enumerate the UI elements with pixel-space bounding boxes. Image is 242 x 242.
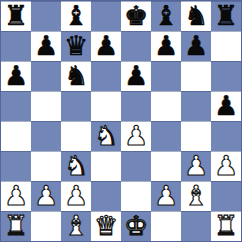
square-b1[interactable] bbox=[31, 211, 61, 241]
black-knight: ♞ bbox=[64, 62, 88, 89]
square-h6[interactable] bbox=[211, 61, 241, 91]
square-b7[interactable]: ♟ bbox=[31, 31, 61, 61]
square-h1[interactable]: ♜ bbox=[211, 211, 241, 241]
black-pawn: ♟ bbox=[214, 92, 238, 119]
square-h7[interactable] bbox=[211, 31, 241, 61]
black-pawn: ♟ bbox=[184, 32, 208, 59]
white-bishop: ♝ bbox=[184, 182, 208, 209]
square-g1[interactable] bbox=[181, 211, 211, 241]
square-e2[interactable] bbox=[121, 181, 151, 211]
square-f1[interactable] bbox=[151, 211, 181, 241]
square-g2[interactable]: ♝ bbox=[181, 181, 211, 211]
black-pawn: ♟ bbox=[34, 32, 58, 59]
square-a5[interactable] bbox=[1, 91, 31, 121]
square-d1[interactable]: ♛ bbox=[91, 211, 121, 241]
square-d7[interactable]: ♟ bbox=[91, 31, 121, 61]
square-e7[interactable] bbox=[121, 31, 151, 61]
square-b3[interactable] bbox=[31, 151, 61, 181]
square-f2[interactable]: ♟ bbox=[151, 181, 181, 211]
square-b2[interactable]: ♟ bbox=[31, 181, 61, 211]
white-pawn: ♟ bbox=[214, 152, 238, 179]
square-d3[interactable] bbox=[91, 151, 121, 181]
square-a2[interactable]: ♟ bbox=[1, 181, 31, 211]
square-c8[interactable]: ♝ bbox=[61, 1, 91, 31]
square-e4[interactable]: ♟ bbox=[121, 121, 151, 151]
square-d2[interactable] bbox=[91, 181, 121, 211]
square-d8[interactable] bbox=[91, 1, 121, 31]
square-f6[interactable] bbox=[151, 61, 181, 91]
black-knight: ♞ bbox=[184, 2, 208, 29]
square-f3[interactable] bbox=[151, 151, 181, 181]
white-pawn: ♟ bbox=[124, 122, 148, 149]
square-d6[interactable] bbox=[91, 61, 121, 91]
square-a6[interactable]: ♟ bbox=[1, 61, 31, 91]
square-f8[interactable]: ♝ bbox=[151, 1, 181, 31]
square-c4[interactable] bbox=[61, 121, 91, 151]
square-b4[interactable] bbox=[31, 121, 61, 151]
square-f5[interactable] bbox=[151, 91, 181, 121]
square-a4[interactable] bbox=[1, 121, 31, 151]
square-b5[interactable] bbox=[31, 91, 61, 121]
square-g4[interactable] bbox=[181, 121, 211, 151]
square-b8[interactable] bbox=[31, 1, 61, 31]
square-e5[interactable] bbox=[121, 91, 151, 121]
black-rook: ♜ bbox=[4, 2, 28, 29]
white-queen: ♛ bbox=[94, 212, 118, 239]
white-knight: ♞ bbox=[94, 122, 118, 149]
square-e8[interactable]: ♚ bbox=[121, 1, 151, 31]
square-f7[interactable]: ♟ bbox=[151, 31, 181, 61]
black-pawn: ♟ bbox=[4, 62, 28, 89]
white-pawn: ♟ bbox=[154, 182, 178, 209]
white-rook: ♜ bbox=[4, 212, 28, 239]
black-bishop: ♝ bbox=[64, 2, 88, 29]
square-h5[interactable]: ♟ bbox=[211, 91, 241, 121]
square-g5[interactable] bbox=[181, 91, 211, 121]
square-b6[interactable] bbox=[31, 61, 61, 91]
square-c6[interactable]: ♞ bbox=[61, 61, 91, 91]
black-pawn: ♟ bbox=[94, 32, 118, 59]
square-a1[interactable]: ♜ bbox=[1, 211, 31, 241]
white-rook: ♜ bbox=[214, 212, 238, 239]
square-g7[interactable]: ♟ bbox=[181, 31, 211, 61]
white-knight: ♞ bbox=[64, 152, 88, 179]
square-g3[interactable]: ♟ bbox=[181, 151, 211, 181]
square-e1[interactable]: ♚ bbox=[121, 211, 151, 241]
square-c2[interactable]: ♟ bbox=[61, 181, 91, 211]
white-bishop: ♝ bbox=[64, 212, 88, 239]
square-h8[interactable]: ♜ bbox=[211, 1, 241, 31]
square-e3[interactable] bbox=[121, 151, 151, 181]
white-pawn: ♟ bbox=[64, 182, 88, 209]
square-e6[interactable]: ♟ bbox=[121, 61, 151, 91]
black-bishop: ♝ bbox=[154, 2, 178, 29]
square-a8[interactable]: ♜ bbox=[1, 1, 31, 31]
white-pawn: ♟ bbox=[34, 182, 58, 209]
square-c7[interactable]: ♛ bbox=[61, 31, 91, 61]
square-a3[interactable] bbox=[1, 151, 31, 181]
square-g8[interactable]: ♞ bbox=[181, 1, 211, 31]
square-h3[interactable]: ♟ bbox=[211, 151, 241, 181]
square-c3[interactable]: ♞ bbox=[61, 151, 91, 181]
square-a7[interactable] bbox=[1, 31, 31, 61]
square-d4[interactable]: ♞ bbox=[91, 121, 121, 151]
black-rook: ♜ bbox=[214, 2, 238, 29]
black-pawn: ♟ bbox=[124, 62, 148, 89]
square-c5[interactable] bbox=[61, 91, 91, 121]
square-d5[interactable] bbox=[91, 91, 121, 121]
black-queen: ♛ bbox=[64, 32, 88, 59]
black-pawn: ♟ bbox=[154, 32, 178, 59]
chess-board: ♜♝♚♝♞♜♟♛♟♟♟♟♞♟♟♞♟♞♟♟♟♟♟♟♝♜♝♛♚♜ bbox=[0, 0, 242, 242]
square-c1[interactable]: ♝ bbox=[61, 211, 91, 241]
white-pawn: ♟ bbox=[184, 152, 208, 179]
white-pawn: ♟ bbox=[4, 182, 28, 209]
white-king: ♚ bbox=[124, 212, 148, 239]
black-king: ♚ bbox=[124, 2, 148, 29]
square-h4[interactable] bbox=[211, 121, 241, 151]
square-f4[interactable] bbox=[151, 121, 181, 151]
square-h2[interactable] bbox=[211, 181, 241, 211]
square-g6[interactable] bbox=[181, 61, 211, 91]
